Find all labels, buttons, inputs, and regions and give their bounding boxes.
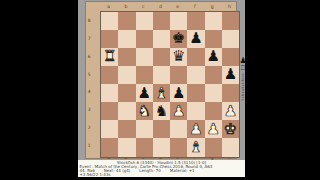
- square-f6[interactable]: [187, 48, 204, 66]
- square-f1[interactable]: ♝: [187, 138, 204, 156]
- chess-board: ♚♟♜♛♟♟♟♝♟♞♞♟♟♟♟♚♝: [100, 11, 240, 158]
- file-label-f: f: [186, 3, 203, 10]
- rank-label-2: 2: [86, 119, 93, 137]
- square-e2[interactable]: [170, 120, 187, 138]
- square-f7[interactable]: ♟: [187, 30, 204, 48]
- square-h2[interactable]: ♚: [222, 120, 239, 138]
- rank-label-3: 3: [86, 101, 93, 119]
- piece-white-pawn-f2[interactable]: ♟: [189, 122, 202, 137]
- square-e1[interactable]: [170, 138, 187, 156]
- piece-black-pawn-c4[interactable]: ♟: [137, 86, 150, 101]
- piece-black-pawn-g6[interactable]: ♟: [206, 49, 219, 64]
- file-label-b: b: [117, 3, 134, 10]
- square-g7[interactable]: [205, 30, 222, 48]
- letterbox-left: [0, 0, 78, 180]
- square-h5[interactable]: ♟: [222, 66, 239, 84]
- square-g6[interactable]: ♟: [205, 48, 222, 66]
- rank-label-6: 6: [86, 47, 93, 65]
- square-a6[interactable]: ♜: [101, 48, 118, 66]
- square-b6[interactable]: [118, 48, 135, 66]
- letterbox-bottom: [78, 177, 245, 180]
- square-b4[interactable]: [118, 84, 135, 102]
- square-h4[interactable]: [222, 84, 239, 102]
- square-e4[interactable]: ♟: [170, 84, 187, 102]
- square-d7[interactable]: [153, 30, 170, 48]
- file-label-e: e: [169, 3, 186, 10]
- square-f5[interactable]: [187, 66, 204, 84]
- piece-white-bishop-d4[interactable]: ♝: [155, 86, 168, 101]
- square-d1[interactable]: [153, 138, 170, 156]
- letterbox-right: [245, 0, 320, 180]
- piece-black-queen-e6[interactable]: ♛: [172, 49, 185, 64]
- square-a5[interactable]: [101, 66, 118, 84]
- rank-labels-left: 87654321: [86, 12, 93, 155]
- piece-black-pawn-f7[interactable]: ♟: [189, 31, 202, 46]
- file-label-d: d: [152, 3, 169, 10]
- square-a7[interactable]: [101, 30, 118, 48]
- rank-label-7: 7: [86, 29, 93, 47]
- square-c5[interactable]: [136, 66, 153, 84]
- board-frame: abcdefgh abcdefgh 87654321 87654321 ♚♟♜♛…: [85, 1, 237, 159]
- square-b5[interactable]: [118, 66, 135, 84]
- square-h7[interactable]: [222, 30, 239, 48]
- square-b3[interactable]: [118, 102, 135, 120]
- piece-white-knight-c3[interactable]: ♞: [137, 104, 150, 119]
- rank-label-4: 4: [86, 83, 93, 101]
- square-d8[interactable]: [153, 12, 170, 30]
- piece-white-pawn-h3[interactable]: ♟: [224, 104, 237, 119]
- video-frame: abcdefgh abcdefgh 87654321 87654321 ♚♟♜♛…: [0, 0, 320, 180]
- piece-white-pawn-e3[interactable]: ♟: [172, 104, 185, 119]
- piece-white-king-h2[interactable]: ♚: [224, 122, 237, 137]
- game-info-panel: Stockfish 6 (3340) - Houdini 1.5 (3110) …: [78, 160, 245, 177]
- piece-black-pawn-e4[interactable]: ♟: [172, 86, 185, 101]
- rank-label-5: 5: [86, 65, 93, 83]
- piece-white-bishop-f1[interactable]: ♝: [189, 140, 202, 155]
- square-g3[interactable]: [205, 102, 222, 120]
- square-b7[interactable]: [118, 30, 135, 48]
- piece-white-rook-a6[interactable]: ♜: [103, 49, 116, 64]
- rank-label-8: 8: [86, 12, 93, 30]
- square-c8[interactable]: [136, 12, 153, 30]
- square-h3[interactable]: ♟: [222, 102, 239, 120]
- square-b1[interactable]: [118, 138, 135, 156]
- file-labels-top: abcdefgh: [100, 3, 238, 10]
- square-a4[interactable]: [101, 84, 118, 102]
- square-h6[interactable]: [222, 48, 239, 66]
- square-g1[interactable]: [205, 138, 222, 156]
- file-label-h: h: [221, 3, 238, 10]
- square-c1[interactable]: [136, 138, 153, 156]
- square-c6[interactable]: [136, 48, 153, 66]
- square-e3[interactable]: ♟: [170, 102, 187, 120]
- square-c3[interactable]: ♞: [136, 102, 153, 120]
- square-e6[interactable]: ♛: [170, 48, 187, 66]
- square-f8[interactable]: [187, 12, 204, 30]
- square-g5[interactable]: [205, 66, 222, 84]
- square-f2[interactable]: ♟: [187, 120, 204, 138]
- square-b8[interactable]: [118, 12, 135, 30]
- square-e5[interactable]: [170, 66, 187, 84]
- piece-black-knight-d3[interactable]: ♞: [155, 104, 168, 119]
- rook-icon: ♖: [240, 65, 246, 72]
- square-c7[interactable]: [136, 30, 153, 48]
- square-a1[interactable]: [101, 138, 118, 156]
- square-h1[interactable]: [222, 138, 239, 156]
- square-c4[interactable]: ♟: [136, 84, 153, 102]
- chess-gui: abcdefgh abcdefgh 87654321 87654321 ♚♟♜♛…: [78, 0, 245, 177]
- square-e8[interactable]: [170, 12, 187, 30]
- square-d5[interactable]: [153, 66, 170, 84]
- square-g8[interactable]: [205, 12, 222, 30]
- square-f4[interactable]: [187, 84, 204, 102]
- piece-black-king-e7[interactable]: ♚: [172, 31, 185, 46]
- watermark: ♟ ♖ Schaakvideos: [239, 57, 247, 101]
- square-d4[interactable]: ♝: [153, 84, 170, 102]
- piece-black-pawn-h5[interactable]: ♟: [224, 67, 237, 82]
- file-label-a: a: [100, 3, 117, 10]
- watermark-text: Schaakvideos: [241, 73, 245, 101]
- file-label-c: c: [135, 3, 152, 10]
- square-f3[interactable]: [187, 102, 204, 120]
- square-d6[interactable]: [153, 48, 170, 66]
- square-g4[interactable]: [205, 84, 222, 102]
- square-d2[interactable]: [153, 120, 170, 138]
- square-d3[interactable]: ♞: [153, 102, 170, 120]
- square-a2[interactable]: [101, 120, 118, 138]
- material-balance: Material: +1: [170, 169, 195, 173]
- square-b2[interactable]: [118, 120, 135, 138]
- square-h8[interactable]: [222, 12, 239, 30]
- square-a3[interactable]: [101, 102, 118, 120]
- piece-white-pawn-g2[interactable]: ♟: [206, 122, 219, 137]
- square-g2[interactable]: ♟: [205, 120, 222, 138]
- square-c2[interactable]: [136, 120, 153, 138]
- rank-label-1: 1: [86, 137, 93, 155]
- square-e7[interactable]: ♚: [170, 30, 187, 48]
- file-label-g: g: [204, 3, 221, 10]
- square-a8[interactable]: [101, 12, 118, 30]
- game-length: Length: 70: [139, 169, 161, 173]
